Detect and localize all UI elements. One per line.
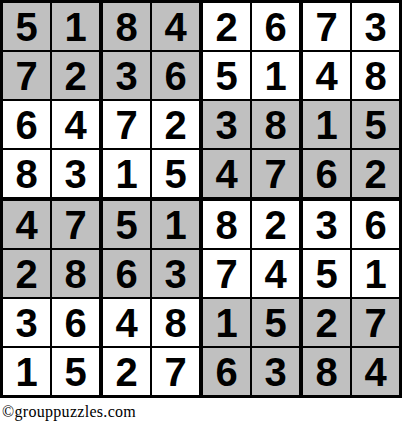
cell-r6c7: 5 — [303, 250, 352, 299]
cell-r8c2: 5 — [52, 348, 103, 395]
cell-r6c3: 6 — [103, 250, 152, 299]
cell-r2c1: 7 — [3, 52, 52, 101]
cell-r5c8: 6 — [352, 201, 399, 250]
cell-r1c6: 6 — [252, 3, 303, 52]
cell-r5c5: 8 — [203, 201, 252, 250]
cell-r4c5: 4 — [203, 150, 252, 201]
cell-r5c6: 2 — [252, 201, 303, 250]
cell-r6c2: 8 — [52, 250, 103, 299]
cell-r5c2: 7 — [52, 201, 103, 250]
cell-r5c1: 4 — [3, 201, 52, 250]
cell-r4c1: 8 — [3, 150, 52, 201]
copyright-watermark: ©grouppuzzles.com — [2, 403, 402, 421]
cell-r6c4: 3 — [152, 250, 203, 299]
cell-r7c8: 7 — [352, 299, 399, 348]
cell-r6c1: 2 — [3, 250, 52, 299]
cell-r1c8: 3 — [352, 3, 399, 52]
cell-r7c7: 2 — [303, 299, 352, 348]
cell-r3c5: 3 — [203, 101, 252, 150]
cell-r3c4: 2 — [152, 101, 203, 150]
cell-r4c6: 7 — [252, 150, 303, 201]
cell-r2c7: 4 — [303, 52, 352, 101]
cell-r2c5: 5 — [203, 52, 252, 101]
cell-r3c3: 7 — [103, 101, 152, 150]
cell-r1c1: 5 — [3, 3, 52, 52]
cell-r2c3: 3 — [103, 52, 152, 101]
cell-r7c1: 3 — [3, 299, 52, 348]
cell-r4c2: 3 — [52, 150, 103, 201]
cell-r2c2: 2 — [52, 52, 103, 101]
cell-r5c4: 1 — [152, 201, 203, 250]
cell-r5c7: 3 — [303, 201, 352, 250]
cell-r1c7: 7 — [303, 3, 352, 52]
cell-r1c2: 1 — [52, 3, 103, 52]
cell-r1c4: 4 — [152, 3, 203, 52]
cell-r2c4: 6 — [152, 52, 203, 101]
cell-r6c5: 7 — [203, 250, 252, 299]
puzzle-page: 5184267372365148647238158315476247518236… — [0, 0, 402, 424]
cell-r7c2: 6 — [52, 299, 103, 348]
cell-r3c1: 6 — [3, 101, 52, 150]
cell-r2c6: 1 — [252, 52, 303, 101]
cell-r8c3: 2 — [103, 348, 152, 395]
cell-r3c7: 1 — [303, 101, 352, 150]
cell-r8c4: 7 — [152, 348, 203, 395]
cell-r7c4: 8 — [152, 299, 203, 348]
cell-r7c3: 4 — [103, 299, 152, 348]
cell-r3c6: 8 — [252, 101, 303, 150]
cell-r6c6: 4 — [252, 250, 303, 299]
cell-r5c3: 5 — [103, 201, 152, 250]
cell-r3c2: 4 — [52, 101, 103, 150]
cell-r4c4: 5 — [152, 150, 203, 201]
cell-r8c8: 4 — [352, 348, 399, 395]
cell-r6c8: 1 — [352, 250, 399, 299]
cell-r8c6: 3 — [252, 348, 303, 395]
cell-r4c3: 1 — [103, 150, 152, 201]
cell-r3c8: 5 — [352, 101, 399, 150]
cell-r8c7: 8 — [303, 348, 352, 395]
cell-r7c5: 1 — [203, 299, 252, 348]
sudoku-board: 5184267372365148647238158315476247518236… — [0, 0, 402, 398]
cell-r8c1: 1 — [3, 348, 52, 395]
cell-r2c8: 8 — [352, 52, 399, 101]
cell-r7c6: 5 — [252, 299, 303, 348]
cell-r1c5: 2 — [203, 3, 252, 52]
cell-r8c5: 6 — [203, 348, 252, 395]
cell-r4c7: 6 — [303, 150, 352, 201]
cell-r4c8: 2 — [352, 150, 399, 201]
cell-r1c3: 8 — [103, 3, 152, 52]
